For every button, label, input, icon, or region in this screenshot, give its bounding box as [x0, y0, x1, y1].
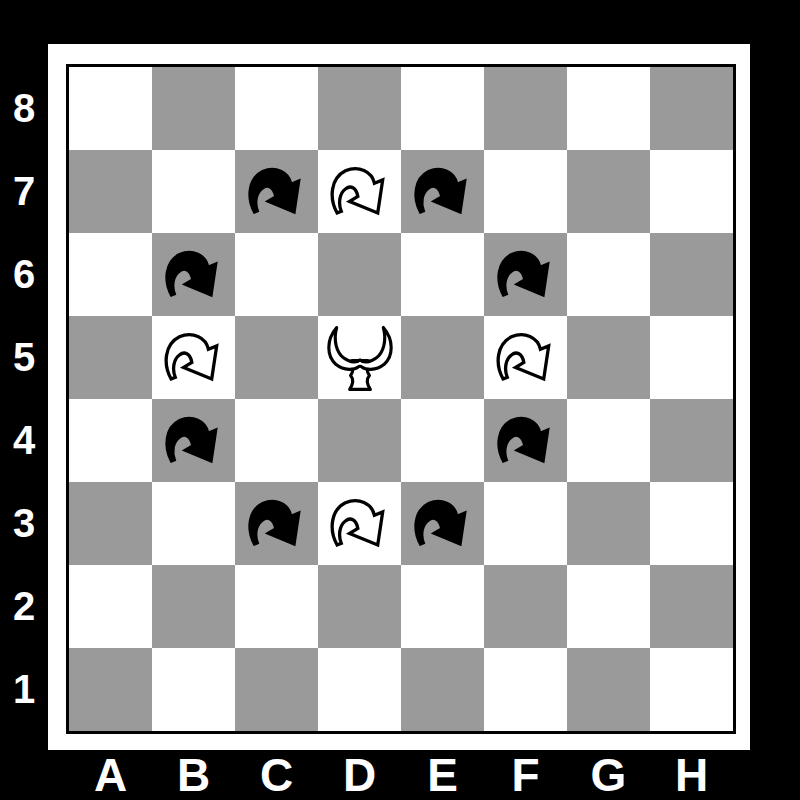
square-b1[interactable]: [152, 648, 235, 731]
file-label-B: B: [152, 750, 235, 800]
square-h3[interactable]: [650, 482, 733, 565]
rank-label-1: 1: [0, 648, 48, 731]
white-arrow-icon: [328, 165, 391, 218]
square-a1[interactable]: [69, 648, 152, 731]
white-arrow-icon: [494, 331, 557, 384]
black-arrow-icon: [494, 248, 557, 301]
square-g6[interactable]: [567, 233, 650, 316]
square-b7[interactable]: [152, 150, 235, 233]
square-e7[interactable]: [401, 150, 484, 233]
square-g3[interactable]: [567, 482, 650, 565]
rank-label-3: 3: [0, 482, 48, 565]
square-g8[interactable]: [567, 67, 650, 150]
square-e5[interactable]: [401, 316, 484, 399]
square-d8[interactable]: [318, 67, 401, 150]
square-h2[interactable]: [650, 565, 733, 648]
square-c4[interactable]: [235, 399, 318, 482]
square-f7[interactable]: [484, 150, 567, 233]
square-d6[interactable]: [318, 233, 401, 316]
black-arrow-icon: [494, 414, 557, 467]
square-f1[interactable]: [484, 648, 567, 731]
rank-label-7: 7: [0, 150, 48, 233]
square-h5[interactable]: [650, 316, 733, 399]
square-d3[interactable]: [318, 482, 401, 565]
square-e6[interactable]: [401, 233, 484, 316]
square-b4[interactable]: [152, 399, 235, 482]
square-c5[interactable]: [235, 316, 318, 399]
file-label-D: D: [318, 750, 401, 800]
rank-label-6: 6: [0, 233, 48, 316]
square-e2[interactable]: [401, 565, 484, 648]
chess-board: [66, 64, 736, 734]
square-b8[interactable]: [152, 67, 235, 150]
square-a2[interactable]: [69, 565, 152, 648]
square-f2[interactable]: [484, 565, 567, 648]
square-h6[interactable]: [650, 233, 733, 316]
square-f3[interactable]: [484, 482, 567, 565]
square-h8[interactable]: [650, 67, 733, 150]
rank-label-8: 8: [0, 67, 48, 150]
square-b3[interactable]: [152, 482, 235, 565]
diagram-page: 87654321 ABCDEFGH: [0, 0, 800, 800]
square-c6[interactable]: [235, 233, 318, 316]
square-g7[interactable]: [567, 150, 650, 233]
square-g2[interactable]: [567, 565, 650, 648]
square-a6[interactable]: [69, 233, 152, 316]
square-g1[interactable]: [567, 648, 650, 731]
square-f6[interactable]: [484, 233, 567, 316]
square-a5[interactable]: [69, 316, 152, 399]
black-arrow-icon: [411, 497, 474, 550]
white-arrow-icon: [328, 497, 391, 550]
square-d4[interactable]: [318, 399, 401, 482]
square-c8[interactable]: [235, 67, 318, 150]
square-b6[interactable]: [152, 233, 235, 316]
square-c3[interactable]: [235, 482, 318, 565]
square-g5[interactable]: [567, 316, 650, 399]
black-arrow-icon: [245, 497, 308, 550]
square-h1[interactable]: [650, 648, 733, 731]
file-label-F: F: [484, 750, 567, 800]
square-a7[interactable]: [69, 150, 152, 233]
file-label-A: A: [69, 750, 152, 800]
square-e1[interactable]: [401, 648, 484, 731]
square-c7[interactable]: [235, 150, 318, 233]
square-h7[interactable]: [650, 150, 733, 233]
rank-label-5: 5: [0, 316, 48, 399]
square-d1[interactable]: [318, 648, 401, 731]
square-f4[interactable]: [484, 399, 567, 482]
white-arrow-icon: [162, 331, 225, 384]
square-d2[interactable]: [318, 565, 401, 648]
square-b2[interactable]: [152, 565, 235, 648]
square-h4[interactable]: [650, 399, 733, 482]
square-f5[interactable]: [484, 316, 567, 399]
square-a8[interactable]: [69, 67, 152, 150]
square-b5[interactable]: [152, 316, 235, 399]
file-label-C: C: [235, 750, 318, 800]
bull-piece-icon: [324, 323, 396, 393]
black-arrow-icon: [411, 165, 474, 218]
square-d5[interactable]: [318, 316, 401, 399]
square-e3[interactable]: [401, 482, 484, 565]
black-arrow-icon: [162, 248, 225, 301]
rank-label-2: 2: [0, 565, 48, 648]
square-f8[interactable]: [484, 67, 567, 150]
square-d7[interactable]: [318, 150, 401, 233]
square-c1[interactable]: [235, 648, 318, 731]
file-label-E: E: [401, 750, 484, 800]
square-c2[interactable]: [235, 565, 318, 648]
file-label-H: H: [650, 750, 733, 800]
rank-label-4: 4: [0, 399, 48, 482]
square-a4[interactable]: [69, 399, 152, 482]
square-e8[interactable]: [401, 67, 484, 150]
black-arrow-icon: [245, 165, 308, 218]
black-arrow-icon: [162, 414, 225, 467]
file-label-G: G: [567, 750, 650, 800]
square-e4[interactable]: [401, 399, 484, 482]
square-a3[interactable]: [69, 482, 152, 565]
square-g4[interactable]: [567, 399, 650, 482]
